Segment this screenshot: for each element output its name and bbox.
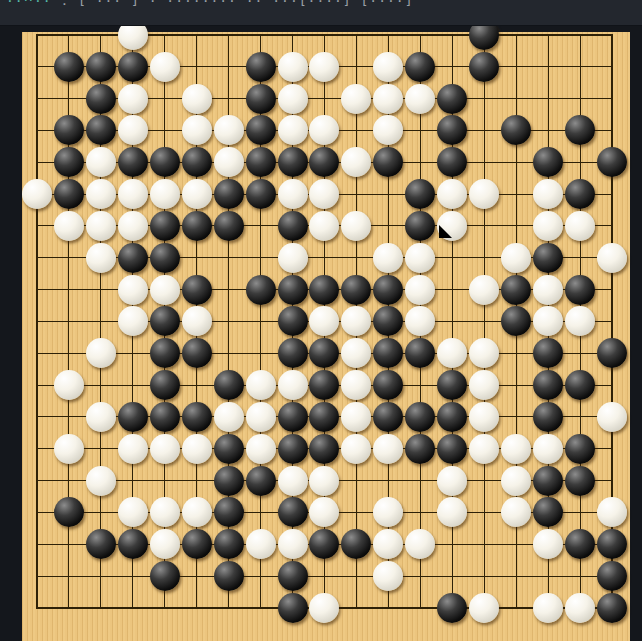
- stone-black: [565, 370, 595, 400]
- stone-white: [246, 370, 276, 400]
- stone-white: [597, 402, 627, 432]
- stone-black: [437, 434, 467, 464]
- stone-black: [278, 593, 308, 623]
- stone-white: [214, 115, 244, 145]
- stone-white: [469, 402, 499, 432]
- stone-white: [373, 52, 403, 82]
- stone-black: [150, 402, 180, 432]
- window-titlebar: ··‧‧·· : [ ··· ] · ········ ·· ···[····]…: [0, 0, 642, 26]
- stone-black: [309, 275, 339, 305]
- stone-black: [533, 466, 563, 496]
- stone-white: [246, 402, 276, 432]
- stone-black: [118, 52, 148, 82]
- stone-black: [278, 402, 308, 432]
- stone-black: [278, 147, 308, 177]
- stone-black: [54, 179, 84, 209]
- stone-black: [182, 275, 212, 305]
- stone-black: [118, 402, 148, 432]
- stone-black: [278, 306, 308, 336]
- stone-black: [373, 275, 403, 305]
- stone-white: [501, 466, 531, 496]
- stone-white: [86, 338, 116, 368]
- stone-black: [54, 52, 84, 82]
- board-area: [0, 25, 642, 641]
- stone-white: [501, 243, 531, 273]
- stone-black: [182, 211, 212, 241]
- stone-black: [246, 179, 276, 209]
- stone-black: [246, 275, 276, 305]
- stone-black: [214, 561, 244, 591]
- stone-black: [214, 370, 244, 400]
- stone-white: [278, 52, 308, 82]
- stone-white: [246, 529, 276, 559]
- stone-black: [278, 561, 308, 591]
- stone-white: [182, 434, 212, 464]
- stone-black: [246, 84, 276, 114]
- go-client-window: ··‧‧·· : [ ··· ] · ········ ·· ···[····]…: [0, 0, 642, 641]
- titlebar-text-accent: ··‧‧··: [6, 0, 52, 8]
- stone-white: [469, 434, 499, 464]
- stone-white: [278, 466, 308, 496]
- stone-black: [533, 402, 563, 432]
- stone-white: [86, 211, 116, 241]
- stone-black: [214, 497, 244, 527]
- stone-black: [597, 561, 627, 591]
- grid-hline: [36, 576, 613, 577]
- stone-black: [437, 84, 467, 114]
- stone-white: [54, 434, 84, 464]
- stone-black: [150, 243, 180, 273]
- stone-black: [341, 275, 371, 305]
- stone-black: [182, 402, 212, 432]
- stone-white: [246, 434, 276, 464]
- stone-black: [278, 497, 308, 527]
- stone-black: [565, 466, 595, 496]
- stone-white: [54, 211, 84, 241]
- stone-black: [182, 338, 212, 368]
- stone-white: [309, 466, 339, 496]
- stone-white: [469, 593, 499, 623]
- stone-black: [150, 561, 180, 591]
- stone-white: [278, 529, 308, 559]
- stone-black: [246, 466, 276, 496]
- stone-white: [278, 84, 308, 114]
- stone-white: [565, 211, 595, 241]
- stone-white: [278, 370, 308, 400]
- stone-white: [118, 179, 148, 209]
- stone-white: [182, 84, 212, 114]
- stone-white: [533, 211, 563, 241]
- stone-white: [118, 434, 148, 464]
- stone-white: [341, 84, 371, 114]
- stone-black: [597, 593, 627, 623]
- stone-black: [86, 52, 116, 82]
- stone-black: [182, 147, 212, 177]
- stone-white: [214, 402, 244, 432]
- stone-black: [118, 243, 148, 273]
- stone-black: [565, 179, 595, 209]
- stone-white: [278, 243, 308, 273]
- titlebar-text: ··‧‧·· : [ ··· ] · ········ ·· ···[····]…: [6, 0, 413, 8]
- stone-white: [86, 243, 116, 273]
- stone-white: [214, 147, 244, 177]
- stone-black: [214, 434, 244, 464]
- stone-white: [469, 275, 499, 305]
- stone-black: [278, 434, 308, 464]
- stone-black: [469, 52, 499, 82]
- stone-white: [565, 593, 595, 623]
- stone-white: [54, 370, 84, 400]
- stone-white: [405, 275, 435, 305]
- stone-white: [533, 275, 563, 305]
- stone-black: [214, 529, 244, 559]
- stone-white: [86, 402, 116, 432]
- stone-black: [246, 147, 276, 177]
- stone-black: [86, 84, 116, 114]
- stone-black: [86, 529, 116, 559]
- stone-white: [405, 243, 435, 273]
- stone-white: [86, 179, 116, 209]
- stone-white: [405, 84, 435, 114]
- stone-black: [278, 211, 308, 241]
- stone-white: [118, 275, 148, 305]
- stone-white: [150, 434, 180, 464]
- stone-white: [86, 147, 116, 177]
- stone-black: [278, 275, 308, 305]
- stone-black: [150, 147, 180, 177]
- stone-white: [373, 434, 403, 464]
- stone-black: [118, 147, 148, 177]
- stone-black: [150, 338, 180, 368]
- stone-black: [150, 370, 180, 400]
- stone-white: [150, 529, 180, 559]
- stone-black: [565, 434, 595, 464]
- stone-black: [246, 52, 276, 82]
- stone-white: [501, 434, 531, 464]
- stone-white: [278, 179, 308, 209]
- stone-black: [246, 115, 276, 145]
- stone-white: [533, 593, 563, 623]
- stone-white: [22, 179, 52, 209]
- titlebar-text-clipped: : [ ··· ] · ········ ·· ···[····] [····]: [52, 0, 414, 8]
- stone-white: [373, 84, 403, 114]
- stone-black: [501, 275, 531, 305]
- stone-white: [437, 466, 467, 496]
- stone-white: [150, 52, 180, 82]
- stone-black: [565, 275, 595, 305]
- stone-black: [214, 466, 244, 496]
- stone-black: [118, 529, 148, 559]
- stone-black: [182, 529, 212, 559]
- stone-black: [533, 243, 563, 273]
- stone-white: [118, 211, 148, 241]
- stone-black: [405, 52, 435, 82]
- stone-white: [150, 179, 180, 209]
- stone-black: [278, 338, 308, 368]
- stone-black: [214, 211, 244, 241]
- stone-white: [373, 243, 403, 273]
- last-move-marker: [439, 225, 452, 238]
- stone-white: [150, 275, 180, 305]
- stone-black: [214, 179, 244, 209]
- stone-white: [278, 115, 308, 145]
- stone-white: [86, 466, 116, 496]
- stone-black: [405, 434, 435, 464]
- stone-white: [533, 434, 563, 464]
- stone-black: [150, 211, 180, 241]
- stone-white: [118, 84, 148, 114]
- stone-white: [597, 243, 627, 273]
- stone-white: [182, 179, 212, 209]
